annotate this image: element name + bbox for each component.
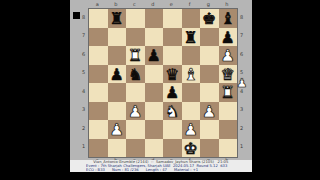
square-f6: [182, 46, 201, 65]
square-d1: [145, 139, 164, 158]
square-d4: [145, 83, 164, 102]
coord-label-h: h: [218, 1, 237, 8]
square-e6: [163, 46, 182, 65]
board: ♜♚♝♜♟♜♟♟♟♞♛♝♛♟♜♟♞♟♟♟♚: [88, 8, 238, 158]
square-a8: [89, 9, 108, 28]
square-d8: [145, 9, 164, 28]
black-pawn-e4-piece: ♟: [163, 83, 182, 102]
coord-label-8: 8: [238, 8, 245, 27]
square-f4: [182, 83, 201, 102]
square-h2: [219, 120, 238, 139]
coord-label-6: 6: [238, 45, 245, 64]
coord-label-d: d: [144, 1, 163, 8]
square-e5: ♛: [163, 65, 182, 84]
white-pawn-b2-piece: ♟: [108, 120, 127, 139]
rank-labels-left: 87654321: [80, 8, 87, 156]
square-a1: [89, 139, 108, 158]
square-h1: [219, 139, 238, 158]
square-g3: ♟: [200, 102, 219, 121]
black-bishop-h8-piece: ♝: [219, 9, 238, 28]
coord-label-1: 1: [80, 138, 87, 157]
square-a5: [89, 65, 108, 84]
square-a7: [89, 28, 108, 47]
coord-label-a: a: [88, 1, 107, 8]
square-c3: ♟: [126, 102, 145, 121]
square-e7: [163, 28, 182, 47]
white-pawn-material-icon: ♟: [236, 75, 248, 91]
square-e1: [163, 139, 182, 158]
square-b1: [108, 139, 127, 158]
coord-label-c: c: [125, 1, 144, 8]
square-b5: ♟: [108, 65, 127, 84]
white-king-f1-piece: ♚: [182, 139, 201, 158]
coord-label-2: 2: [238, 119, 245, 138]
black-rook-f7-piece: ♜: [182, 28, 201, 47]
black-pawn-d6-piece: ♟: [145, 46, 164, 65]
square-d7: [145, 28, 164, 47]
white-rook-c6-piece: ♜: [126, 46, 145, 65]
square-b7: [108, 28, 127, 47]
square-e2: [163, 120, 182, 139]
square-c5: ♞: [126, 65, 145, 84]
black-king-g8-piece: ♚: [200, 9, 219, 28]
coord-label-b: b: [107, 1, 126, 8]
black-pawn-h7-piece: ♟: [219, 28, 238, 47]
square-a6: [89, 46, 108, 65]
square-b3: [108, 102, 127, 121]
white-knight-e3-piece: ♞: [163, 102, 182, 121]
square-b4: [108, 83, 127, 102]
square-d2: [145, 120, 164, 139]
square-h7: ♟: [219, 28, 238, 47]
coord-label-8: 8: [80, 8, 87, 27]
coord-label-f: f: [181, 1, 200, 8]
square-g4: [200, 83, 219, 102]
square-g7: [200, 28, 219, 47]
black-to-move-indicator: [73, 12, 80, 19]
square-c2: [126, 120, 145, 139]
coord-label-6: 6: [80, 45, 87, 64]
square-b2: ♟: [108, 120, 127, 139]
diagram-panel: abcdefgh 87654321 ♜♚♝♜♟♜♟♟♟♞♛♝♛♟♜♟♞♟♟♟♚ …: [70, 0, 252, 172]
coord-label-3: 3: [80, 101, 87, 120]
coord-label-7: 7: [238, 27, 245, 46]
square-h3: [219, 102, 238, 121]
square-h5: ♛: [219, 65, 238, 84]
white-bishop-f5-piece: ♝: [182, 65, 201, 84]
white-rook-h4-piece: ♜: [219, 83, 238, 102]
square-c6: ♜: [126, 46, 145, 65]
square-a2: [89, 120, 108, 139]
file-labels-top: abcdefgh: [88, 1, 236, 8]
square-b6: [108, 46, 127, 65]
square-f3: [182, 102, 201, 121]
coord-label-1: 1: [238, 138, 245, 157]
square-c7: [126, 28, 145, 47]
square-e4: ♟: [163, 83, 182, 102]
square-a4: [89, 83, 108, 102]
game-info-footer: Vian_Antonio Grumble (2144) -- Samadov_J…: [70, 160, 252, 172]
coord-label-e: e: [162, 1, 181, 8]
square-h8: ♝: [219, 9, 238, 28]
square-c1: [126, 139, 145, 158]
square-h4: ♜: [219, 83, 238, 102]
coord-label-5: 5: [80, 64, 87, 83]
white-pawn-f2-piece: ♟: [182, 120, 201, 139]
square-a3: [89, 102, 108, 121]
coord-label-3: 3: [238, 101, 245, 120]
square-f5: ♝: [182, 65, 201, 84]
coord-label-7: 7: [80, 27, 87, 46]
square-g8: ♚: [200, 9, 219, 28]
square-d5: [145, 65, 164, 84]
white-pawn-g3-piece: ♟: [200, 102, 219, 121]
square-e3: ♞: [163, 102, 182, 121]
square-g5: [200, 65, 219, 84]
coord-label-4: 4: [80, 82, 87, 101]
square-e8: [163, 9, 182, 28]
video-frame: { "game": "chess", "position": { "fen": …: [0, 0, 320, 180]
square-f1: ♚: [182, 139, 201, 158]
stats-line: ECO : B33 Num : 81 /236 Length : 47 Mate…: [70, 168, 252, 172]
square-g6: [200, 46, 219, 65]
square-g2: [200, 120, 219, 139]
square-f8: [182, 9, 201, 28]
white-pawn-h6-piece: ♟: [219, 46, 238, 65]
square-b8: ♜: [108, 9, 127, 28]
square-g1: [200, 139, 219, 158]
coord-label-g: g: [199, 1, 218, 8]
white-pawn-c3-piece: ♟: [126, 102, 145, 121]
black-rook-b8-piece: ♜: [108, 9, 127, 28]
black-pawn-b5-piece: ♟: [108, 65, 127, 84]
square-c8: [126, 9, 145, 28]
square-c4: [126, 83, 145, 102]
square-d3: [145, 102, 164, 121]
coord-label-2: 2: [80, 119, 87, 138]
square-f2: ♟: [182, 120, 201, 139]
black-queen-e5-piece: ♛: [163, 65, 182, 84]
square-f7: ♜: [182, 28, 201, 47]
square-d6: ♟: [145, 46, 164, 65]
white-queen-h5-piece: ♛: [219, 65, 238, 84]
square-h6: ♟: [219, 46, 238, 65]
black-knight-c5-piece: ♞: [126, 65, 145, 84]
